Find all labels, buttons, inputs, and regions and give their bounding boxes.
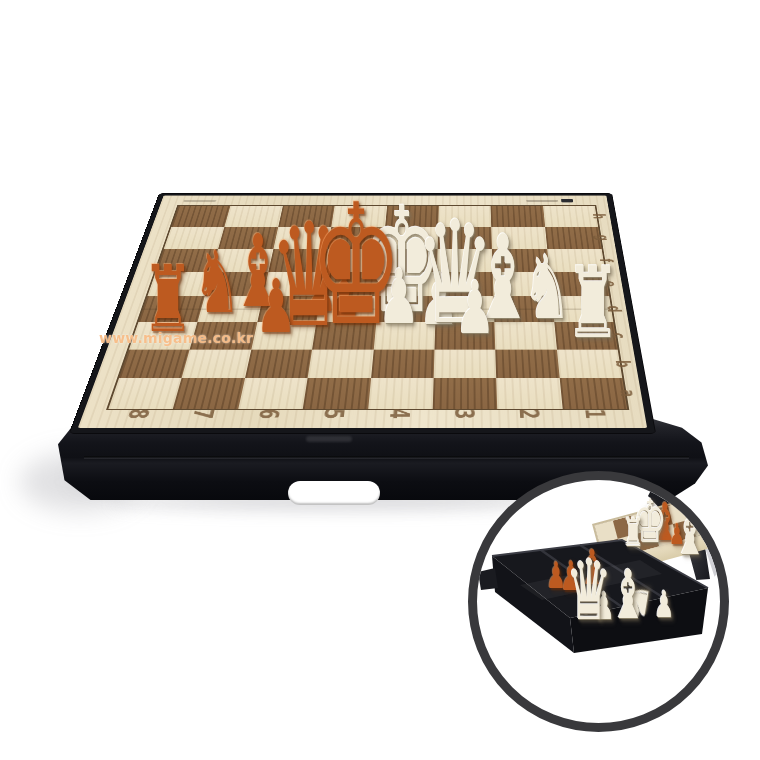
square-g3: [437, 227, 492, 249]
square-a3: [433, 378, 498, 409]
square-d7: [198, 296, 263, 322]
square-b8: [119, 349, 190, 378]
square-d1: [551, 296, 613, 322]
piece-orange-pawn: ♟: [506, 563, 605, 591]
square-b3: [434, 349, 497, 378]
file-label-g: g: [578, 233, 627, 243]
square-e5: [321, 272, 381, 296]
piece-orange-queen-c5: ♛: [259, 225, 358, 335]
square-a8: [108, 378, 182, 409]
square-a2: [496, 378, 562, 409]
square-f5: [324, 249, 382, 272]
square-g7: [219, 227, 279, 249]
square-c5: [312, 322, 376, 349]
piece-white-knight: ♞: [612, 519, 662, 684]
piece-white-rook-d1: ♜: [543, 268, 642, 344]
square-d5: [317, 296, 379, 322]
piece-white-pawn-b1: ♟: [425, 282, 524, 338]
square-a1: [559, 378, 627, 409]
square-a6: [238, 378, 308, 409]
base-groove: [84, 456, 689, 459]
file-label-e: e: [584, 278, 635, 289]
square-e2: [493, 272, 552, 296]
square-c4: [373, 322, 435, 349]
file-label-h: h: [575, 212, 622, 221]
file-label-d: d: [588, 303, 641, 315]
square-e4: [378, 272, 436, 296]
piece-white-bishop: ♝: [578, 571, 677, 623]
square-b7: [182, 349, 251, 378]
board-wood-face: 87654321 hgfedcba: [78, 196, 647, 428]
square-g1: [545, 227, 602, 249]
square-f8: [156, 249, 219, 272]
piece-white-queen: ♛: [539, 562, 638, 626]
square-e8: [147, 272, 212, 296]
square-e6: [263, 272, 325, 296]
square-g8: [164, 227, 225, 249]
square-f7: [212, 249, 273, 272]
piece-white-king-c3: ♚: [352, 209, 451, 321]
square-d3: [435, 296, 494, 322]
square-h3: [438, 206, 491, 227]
chessboard: 87654321 hgfedcba: [70, 194, 655, 433]
square-c2: [495, 322, 557, 349]
file-labels: hgfedcba: [587, 206, 643, 409]
square-d8: [138, 296, 205, 322]
piece-orange-bishop: ♝: [542, 550, 641, 587]
inset-pieces-front: ♟♟♝♛♟♝♞♟: [468, 471, 729, 732]
square-f2: [492, 249, 549, 272]
square-d6: [257, 296, 320, 322]
piece-white-pawn: ♟: [554, 593, 653, 622]
square-g6: [273, 227, 331, 249]
inset-photo: ♜♚♝♟♝ ♟♟♝♛♟♝♞♟: [468, 471, 729, 732]
square-e7: [205, 272, 268, 296]
piece-white-pawn-b3: ♟: [349, 271, 448, 329]
square-b5: [308, 349, 374, 378]
square-g2: [491, 227, 546, 249]
file-label-c: c: [591, 329, 645, 341]
piece-white-pawn: ♟: [614, 592, 713, 620]
square-f6: [268, 249, 328, 272]
maker-badge: [561, 199, 573, 202]
square-h5: [331, 206, 386, 227]
watermark: www.migame.co.kr: [99, 330, 253, 346]
piece-orange-rook-b8: ♜: [118, 267, 217, 338]
square-d4: [376, 296, 436, 322]
square-g5: [328, 227, 385, 249]
square-h7: [225, 206, 283, 227]
play-area: [108, 206, 627, 409]
square-d2: [494, 296, 554, 322]
square-b4: [371, 349, 435, 378]
square-h8: [171, 206, 230, 227]
square-h1: [543, 206, 598, 227]
piece-white-knight-d2: ♞: [497, 257, 596, 325]
piece-orange-pawn-b4: ♟: [294, 274, 393, 320]
maker-emboss: [306, 436, 352, 442]
square-e1: [549, 272, 609, 296]
fold-seam: [143, 309, 612, 310]
maker-mark-text: [526, 200, 558, 202]
square-h4: [385, 206, 439, 227]
square-h2: [491, 206, 545, 227]
square-c3: [434, 322, 495, 349]
square-e3: [436, 272, 494, 296]
maker-mark-right: [526, 199, 573, 202]
maker-mark-left: [183, 200, 216, 202]
file-label-a: a: [599, 386, 657, 400]
handle-slot: [288, 481, 380, 505]
piece-orange-king-c4: ♚: [306, 207, 405, 335]
piece-orange-knight-c7: ♞: [167, 252, 266, 318]
square-c6: [251, 322, 316, 349]
square-f3: [437, 249, 493, 272]
file-label-f: f: [581, 255, 631, 265]
square-g4: [383, 227, 438, 249]
piece-white-pawn-b2: ♟: [389, 275, 488, 330]
inset-content: ♜♚♝♟♝ ♟♟♝♛♟♝♞♟: [468, 471, 729, 732]
piece-orange-pawn-b5: ♟: [271, 272, 370, 315]
square-b2: [495, 349, 559, 378]
square-a4: [368, 378, 434, 409]
square-a5: [303, 378, 371, 409]
piece-orange-pawn: ♟: [521, 563, 620, 594]
square-b1: [557, 349, 623, 378]
piece-white-queen-c2: ♛: [405, 223, 504, 332]
square-b6: [245, 349, 312, 378]
piece-white-bishop-c1: ♝: [453, 238, 552, 327]
square-f1: [547, 249, 605, 272]
square-a7: [173, 378, 245, 409]
square-c1: [554, 322, 618, 349]
product-photo-scene: 87654321 hgfedcba www.migame.co.kr ♜♞♝♟♛…: [0, 0, 760, 760]
square-h6: [278, 206, 335, 227]
piece-orange-pawn-b6: ♟: [226, 280, 325, 337]
file-label-b: b: [595, 357, 651, 370]
square-f4: [381, 249, 438, 272]
piece-orange-bishop-c6: ♝: [208, 237, 307, 314]
